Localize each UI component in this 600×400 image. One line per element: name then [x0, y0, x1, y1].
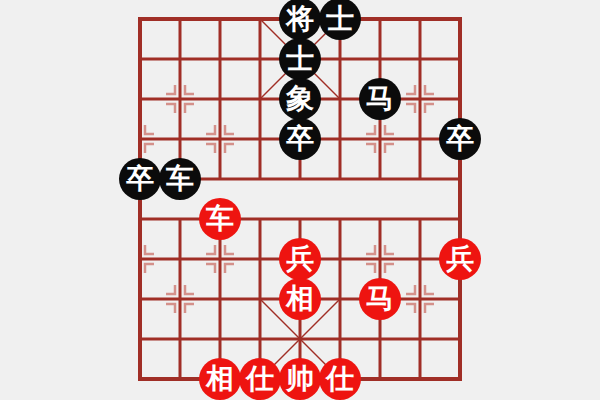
- piece-red-horse[interactable]: 马: [359, 278, 401, 320]
- piece-red-elephant[interactable]: 相: [199, 358, 241, 400]
- piece-red-general[interactable]: 帅: [279, 358, 321, 400]
- xiangqi-board[interactable]: 将士士象马卒卒卒车车兵兵相马相仕帅仕: [120, 0, 480, 399]
- piece-black-soldier[interactable]: 卒: [119, 158, 161, 200]
- piece-red-elephant[interactable]: 相: [279, 278, 321, 320]
- piece-red-chariot[interactable]: 车: [199, 198, 241, 240]
- piece-red-soldier[interactable]: 兵: [279, 238, 321, 280]
- xiangqi-board-screenshot: 将士士象马卒卒卒车车兵兵相马相仕帅仕: [0, 0, 600, 400]
- piece-black-general[interactable]: 将: [279, 0, 321, 40]
- piece-red-soldier[interactable]: 兵: [439, 238, 481, 280]
- piece-black-elephant[interactable]: 象: [279, 78, 321, 120]
- piece-black-soldier[interactable]: 卒: [439, 118, 481, 160]
- piece-black-chariot[interactable]: 车: [159, 158, 201, 200]
- piece-red-advisor[interactable]: 仕: [239, 358, 281, 400]
- piece-black-advisor[interactable]: 士: [279, 38, 321, 80]
- piece-black-horse[interactable]: 马: [359, 78, 401, 120]
- piece-black-advisor[interactable]: 士: [319, 0, 361, 40]
- piece-red-advisor[interactable]: 仕: [319, 358, 361, 400]
- piece-black-soldier[interactable]: 卒: [279, 118, 321, 160]
